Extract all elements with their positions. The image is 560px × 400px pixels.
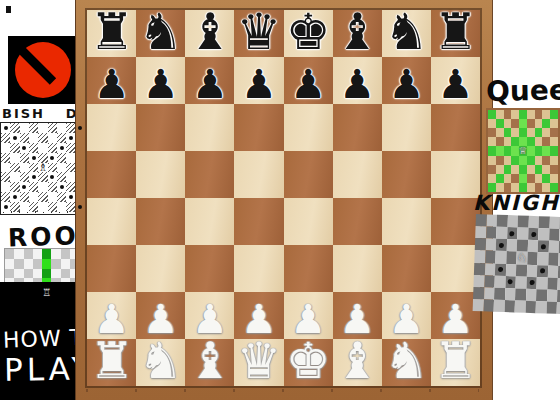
mini-square <box>496 128 504 137</box>
mini-square <box>10 143 19 153</box>
black-pawn[interactable]: ♟ <box>234 57 283 104</box>
square-e5[interactable] <box>284 151 333 198</box>
bishop-move-dot <box>13 136 17 140</box>
mini-square <box>48 123 57 133</box>
mini-square <box>511 128 519 137</box>
queen-icon: ♕ <box>516 143 530 158</box>
mini-square <box>48 202 57 212</box>
mini-square <box>20 192 29 202</box>
mini-square <box>33 259 42 269</box>
square-g5[interactable] <box>382 151 431 198</box>
mini-square <box>475 226 486 238</box>
mini-square <box>473 275 484 287</box>
mini-square <box>476 214 487 226</box>
white-bishop[interactable]: ♝ <box>333 339 382 386</box>
mini-square <box>527 119 535 128</box>
mini-square <box>29 192 38 202</box>
mini-square <box>504 110 512 119</box>
white-knight[interactable]: ♞ <box>382 339 431 386</box>
mini-square <box>38 143 47 153</box>
mini-square <box>542 137 550 146</box>
mini-square <box>10 163 19 173</box>
bishop-move-dot <box>4 126 8 130</box>
mini-square <box>536 301 547 313</box>
square-g6[interactable] <box>382 104 431 151</box>
rook-icon: ♖ <box>40 286 53 300</box>
mini-square <box>33 269 42 279</box>
square-f5[interactable] <box>333 151 382 198</box>
mini-square <box>1 172 10 182</box>
queen-move-square <box>519 165 527 174</box>
mini-square <box>14 259 23 269</box>
bishop-label: BISH <box>2 106 45 121</box>
mini-square <box>488 174 496 183</box>
mini-square <box>5 259 14 269</box>
mini-square <box>1 133 10 143</box>
mini-square <box>5 269 14 279</box>
mini-square <box>61 259 70 269</box>
queen-move-square <box>550 146 558 155</box>
mini-square <box>548 265 559 277</box>
mini-square <box>504 174 512 183</box>
queen-move-square <box>542 174 550 183</box>
black-pawn[interactable]: ♟ <box>87 57 136 104</box>
mini-square <box>546 301 557 313</box>
mini-square <box>504 156 512 165</box>
queen-move-square <box>542 146 550 155</box>
queen-diagram-title: Queen <box>486 73 560 108</box>
mini-square <box>516 276 527 288</box>
mini-square <box>29 123 38 133</box>
mini-square <box>10 182 19 192</box>
rook-move-square <box>42 269 51 279</box>
mini-square <box>5 249 14 259</box>
mini-square <box>48 143 57 153</box>
mini-square <box>535 119 543 128</box>
mini-square <box>51 249 60 259</box>
square-b3[interactable] <box>136 245 185 292</box>
black-queen[interactable]: ♛ <box>234 10 283 57</box>
mini-square <box>496 156 504 165</box>
bishop-move-dot <box>60 146 64 150</box>
black-king[interactable]: ♚ <box>284 10 333 57</box>
square-a6[interactable] <box>87 104 136 151</box>
mini-square <box>1 163 10 173</box>
mini-square <box>550 156 558 165</box>
mini-square <box>38 202 47 212</box>
knight-move-dot <box>498 267 503 272</box>
mini-square <box>511 110 519 119</box>
knight-diagram-title: KNIGHT <box>473 191 560 215</box>
mini-square <box>535 137 543 146</box>
mini-square <box>483 299 494 311</box>
mini-square <box>20 202 29 212</box>
mini-square <box>51 259 60 269</box>
mini-square <box>495 275 506 287</box>
mini-square <box>474 250 485 262</box>
square-d6[interactable] <box>234 104 283 151</box>
mini-square <box>547 289 558 301</box>
bishop-moves-diagram[interactable]: ♗ <box>0 122 86 215</box>
mini-square <box>57 163 66 173</box>
mini-square <box>38 192 47 202</box>
mini-square <box>496 165 504 174</box>
mini-square <box>505 288 516 300</box>
mini-square <box>528 216 539 228</box>
white-queen[interactable]: ♛ <box>234 339 283 386</box>
mini-square <box>537 277 548 289</box>
mini-square <box>535 156 543 165</box>
mini-square <box>517 228 528 240</box>
queen-move-square <box>504 165 512 174</box>
mini-square <box>61 269 70 279</box>
mini-square <box>57 202 66 212</box>
mini-square <box>550 128 558 137</box>
square-d3[interactable] <box>234 245 283 292</box>
mini-square <box>29 182 38 192</box>
mini-square <box>24 269 33 279</box>
queen-move-square <box>496 174 504 183</box>
queen-move-square <box>535 128 543 137</box>
mini-square <box>20 123 29 133</box>
rook-move-square <box>42 249 51 259</box>
black-rook[interactable]: ♜ <box>87 10 136 57</box>
mini-square <box>496 137 504 146</box>
mini-square <box>515 288 526 300</box>
square-e6[interactable] <box>284 104 333 151</box>
mini-square <box>527 165 535 174</box>
mini-square <box>550 119 558 128</box>
bishop-move-dot <box>32 156 36 160</box>
mini-square <box>20 153 29 163</box>
mini-square <box>525 301 536 313</box>
knight-moves-diagram[interactable]: ♘ <box>473 214 560 314</box>
mini-square <box>484 287 495 299</box>
mini-square <box>20 133 29 143</box>
mini-square <box>495 251 506 263</box>
black-pawn[interactable]: ♟ <box>185 57 234 104</box>
mini-square <box>484 275 495 287</box>
bishop-move-dot <box>4 205 8 209</box>
mini-square <box>57 172 66 182</box>
mini-square <box>57 123 66 133</box>
queen-move-square <box>504 128 512 137</box>
mini-square <box>494 287 505 299</box>
mini-square <box>488 119 496 128</box>
mini-square <box>38 133 47 143</box>
mini-square <box>485 239 496 251</box>
mini-square <box>20 172 29 182</box>
mini-square <box>504 119 512 128</box>
mini-square <box>57 153 66 163</box>
square-d5[interactable] <box>234 151 283 198</box>
mini-square <box>33 249 42 259</box>
mini-square <box>511 119 519 128</box>
square-b4[interactable] <box>136 198 185 245</box>
mini-square <box>14 249 23 259</box>
queen-move-square <box>535 146 543 155</box>
queen-move-square <box>542 119 550 128</box>
mini-square <box>518 215 529 227</box>
square-b6[interactable] <box>136 104 185 151</box>
square-f6[interactable] <box>333 104 382 151</box>
chess-board-frame: ♜♞♝♛♚♝♞♜♟♟♟♟♟♟♟♟♟♟♟♟♟♟♟♟♜♞♝♛♚♝♞♜ <box>75 0 493 400</box>
mini-square <box>10 172 19 182</box>
black-knight[interactable]: ♞ <box>136 10 185 57</box>
queen-move-square <box>488 110 496 119</box>
black-pawn[interactable]: ♟ <box>431 57 480 104</box>
square-g3[interactable] <box>382 245 431 292</box>
knight-icon: ♘ <box>513 249 530 268</box>
mini-square <box>20 163 29 173</box>
chess-game-screen: BISH DP ♗ ROOK ♖ HOW TO PLAY ♜♞♝♛♚♝♞♜♟♟♟… <box>0 0 560 400</box>
mini-square <box>474 262 485 274</box>
black-knight[interactable]: ♞ <box>382 10 431 57</box>
square-a5[interactable] <box>87 151 136 198</box>
black-bishop[interactable]: ♝ <box>333 10 382 57</box>
mini-square <box>1 143 10 153</box>
mini-square <box>515 300 526 312</box>
mini-square <box>1 182 10 192</box>
mini-square <box>29 143 38 153</box>
white-rook[interactable]: ♜ <box>87 339 136 386</box>
black-pawn[interactable]: ♟ <box>382 57 431 104</box>
mini-square <box>507 215 518 227</box>
black-pawn[interactable]: ♟ <box>333 57 382 104</box>
mini-square <box>24 259 33 269</box>
square-b5[interactable] <box>136 151 185 198</box>
mini-square <box>488 137 496 146</box>
knight-move-dot <box>499 243 504 248</box>
mini-square <box>549 217 560 229</box>
mini-square <box>542 156 550 165</box>
rook-move-square <box>42 259 51 269</box>
black-pawn[interactable]: ♟ <box>136 57 185 104</box>
square-a4[interactable] <box>87 198 136 245</box>
mini-square <box>550 137 558 146</box>
white-bishop[interactable]: ♝ <box>185 339 234 386</box>
mini-square <box>548 253 559 265</box>
square-h6[interactable] <box>431 104 480 151</box>
mini-square <box>14 269 23 279</box>
mini-square <box>511 174 519 183</box>
mini-square <box>61 249 70 259</box>
square-g4[interactable] <box>382 198 431 245</box>
mini-square <box>539 216 550 228</box>
white-rook[interactable]: ♜ <box>431 339 480 386</box>
square-e4[interactable] <box>284 198 333 245</box>
mini-square <box>550 165 558 174</box>
mini-square <box>497 215 508 227</box>
mini-square <box>10 202 19 212</box>
mini-square <box>511 165 519 174</box>
mini-square <box>549 241 560 253</box>
square-c3[interactable] <box>185 245 234 292</box>
mini-square <box>542 128 550 137</box>
queen-move-square <box>535 165 543 174</box>
mini-square <box>536 289 547 301</box>
mini-square <box>486 214 497 226</box>
chess-board[interactable]: ♜♞♝♛♚♝♞♜♟♟♟♟♟♟♟♟♟♟♟♟♟♟♟♟♜♞♝♛♚♝♞♜ <box>87 10 480 386</box>
mini-square <box>526 289 537 301</box>
mini-square <box>527 110 535 119</box>
square-f4[interactable] <box>333 198 382 245</box>
mini-square <box>485 251 496 263</box>
mini-square <box>48 182 57 192</box>
mini-square <box>486 226 497 238</box>
mini-square <box>48 133 57 143</box>
mini-square <box>488 156 496 165</box>
mini-square <box>527 174 535 183</box>
bishop-icon: ♗ <box>36 161 49 175</box>
square-f3[interactable] <box>333 245 382 292</box>
queen-move-square <box>496 119 504 128</box>
mini-square <box>488 165 496 174</box>
black-bishop[interactable]: ♝ <box>185 10 234 57</box>
mini-square <box>527 128 535 137</box>
queen-move-square <box>496 146 504 155</box>
mini-square <box>542 165 550 174</box>
mini-square <box>549 229 560 241</box>
mini-square <box>538 253 549 265</box>
mini-square <box>484 263 495 275</box>
queen-move-square <box>550 110 558 119</box>
queen-move-square <box>519 128 527 137</box>
square-c4[interactable] <box>185 198 234 245</box>
white-king[interactable]: ♚ <box>284 339 333 386</box>
mini-square <box>38 182 47 192</box>
queen-move-square <box>519 119 527 128</box>
mini-square <box>535 110 543 119</box>
mini-square <box>51 269 60 279</box>
bishop-move-dot <box>60 185 64 189</box>
mini-square <box>1 192 10 202</box>
mini-square <box>24 249 33 259</box>
mini-square <box>496 227 507 239</box>
mini-square <box>38 123 47 133</box>
mini-square <box>10 153 19 163</box>
bishop-move-dot <box>69 136 73 140</box>
queen-moves-diagram[interactable]: ♕ <box>486 108 560 194</box>
queen-move-square <box>488 146 496 155</box>
mini-square <box>10 123 19 133</box>
no-entry-button[interactable] <box>8 36 78 104</box>
mini-square <box>494 300 505 312</box>
mini-square <box>48 192 57 202</box>
stray-mark <box>6 6 11 13</box>
mini-square <box>488 128 496 137</box>
white-knight[interactable]: ♞ <box>136 339 185 386</box>
square-c6[interactable] <box>185 104 234 151</box>
knight-move-dot <box>531 232 536 237</box>
mini-square <box>57 133 66 143</box>
square-e3[interactable] <box>284 245 333 292</box>
knight-move-dot <box>529 280 534 285</box>
mini-square <box>504 137 512 146</box>
mini-square <box>57 192 66 202</box>
mini-square <box>542 110 550 119</box>
queen-move-square <box>519 174 527 183</box>
mini-square <box>496 110 504 119</box>
mini-square <box>29 133 38 143</box>
black-pawn[interactable]: ♟ <box>284 57 333 104</box>
square-d4[interactable] <box>234 198 283 245</box>
mini-square <box>538 228 549 240</box>
mini-square <box>535 174 543 183</box>
mini-square <box>1 153 10 163</box>
mini-square <box>29 202 38 212</box>
black-rook[interactable]: ♜ <box>431 10 480 57</box>
bishop-move-dot <box>50 156 54 160</box>
mini-square <box>504 300 515 312</box>
knight-move-dot <box>541 244 546 249</box>
mini-square <box>547 277 558 289</box>
queen-move-square <box>504 146 512 155</box>
square-a3[interactable] <box>87 245 136 292</box>
queen-move-square <box>519 110 527 119</box>
mini-square <box>475 238 486 250</box>
mini-square <box>550 174 558 183</box>
square-c5[interactable] <box>185 151 234 198</box>
